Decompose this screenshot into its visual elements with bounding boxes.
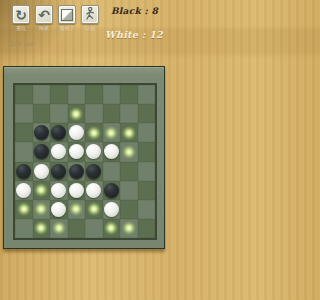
board-cell-a8[interactable] — [15, 219, 33, 238]
board-cell-c6[interactable] — [50, 181, 68, 200]
restart-button-label: 重玩 — [16, 25, 26, 31]
white-disc — [51, 144, 66, 159]
board-cell-g2[interactable] — [120, 104, 138, 123]
board-cell-a3[interactable] — [15, 123, 33, 142]
white-score: White : 12 — [105, 29, 163, 40]
legal-move-hint[interactable] — [52, 221, 66, 235]
white-disc — [86, 183, 101, 198]
black-disc — [34, 125, 49, 140]
legal-move-hint[interactable] — [69, 107, 83, 121]
board-cell-h1[interactable] — [138, 85, 156, 104]
board-cell-h8[interactable] — [138, 219, 156, 238]
board-cell-h7[interactable] — [138, 200, 156, 219]
black-disc — [86, 164, 101, 179]
toolbar-restart-group: ↻ 重玩 — [12, 5, 30, 31]
setup-board-button[interactable] — [58, 5, 76, 24]
white-disc — [69, 144, 84, 159]
black-disc — [51, 125, 66, 140]
white-disc — [51, 202, 66, 217]
board-cell-d2[interactable] — [68, 104, 86, 123]
board-cell-c7[interactable] — [50, 200, 68, 219]
legal-move-hint[interactable] — [122, 221, 136, 235]
undo-button-label: 悔棋 — [39, 25, 49, 31]
board-icon — [61, 9, 73, 21]
black-disc — [69, 164, 84, 179]
board-cell-d6[interactable] — [68, 181, 86, 200]
person-icon — [84, 7, 96, 23]
white-disc — [104, 202, 119, 217]
legal-move-hint[interactable] — [87, 202, 101, 216]
board-cell-a1[interactable] — [15, 85, 33, 104]
board-cell-h3[interactable] — [138, 123, 156, 142]
board-cell-g3[interactable] — [120, 123, 138, 142]
board-cell-e4[interactable] — [85, 142, 103, 161]
white-disc — [34, 164, 49, 179]
board-cell-c4[interactable] — [50, 142, 68, 161]
legal-move-hint[interactable] — [122, 126, 136, 140]
board-cell-g4[interactable] — [120, 142, 138, 161]
board-cell-b7[interactable] — [33, 200, 51, 219]
board-cell-e6[interactable] — [85, 181, 103, 200]
white-disc — [51, 183, 66, 198]
white-disc — [104, 144, 119, 159]
legal-move-hint[interactable] — [87, 126, 101, 140]
board-cell-g1[interactable] — [120, 85, 138, 104]
board-cell-d5[interactable] — [68, 162, 86, 181]
board-cell-e5[interactable] — [85, 162, 103, 181]
board-cell-e1[interactable] — [85, 85, 103, 104]
board-cell-g7[interactable] — [120, 200, 138, 219]
black-disc — [104, 183, 119, 198]
board-cell-f7[interactable] — [103, 200, 121, 219]
restart-icon: ↻ — [15, 8, 27, 22]
board-cell-g8[interactable] — [120, 219, 138, 238]
board-cell-c5[interactable] — [50, 162, 68, 181]
board-cell-f4[interactable] — [103, 142, 121, 161]
board-cell-d8[interactable] — [68, 219, 86, 238]
board-cell-b2[interactable] — [33, 104, 51, 123]
black-disc — [34, 144, 49, 159]
legal-move-hint[interactable] — [34, 221, 48, 235]
board-cell-a5[interactable] — [15, 162, 33, 181]
undo-button[interactable]: ↶ — [35, 5, 53, 24]
board-cell-d3[interactable] — [68, 123, 86, 142]
legal-move-hint[interactable] — [17, 202, 31, 216]
toolbar-undo-group: ↶ 悔棋 — [35, 5, 53, 31]
board-cell-f8[interactable] — [103, 219, 121, 238]
black-score: Black : 8 — [111, 6, 158, 16]
legal-move-hint[interactable] — [122, 145, 136, 159]
board-cell-e2[interactable] — [85, 104, 103, 123]
board-cell-a4[interactable] — [15, 142, 33, 161]
board-cell-a6[interactable] — [15, 181, 33, 200]
board-cell-c1[interactable] — [50, 85, 68, 104]
board-cell-h6[interactable] — [138, 181, 156, 200]
toolbar-player-group: 认输 — [81, 5, 99, 31]
board-cell-c2[interactable] — [50, 104, 68, 123]
toolbar-board-group: 摆棋子 — [58, 5, 76, 31]
board-cell-f1[interactable] — [103, 85, 121, 104]
board-cell-c3[interactable] — [50, 123, 68, 142]
board-cell-f3[interactable] — [103, 123, 121, 142]
board-cell-b6[interactable] — [33, 181, 51, 200]
board-cell-d4[interactable] — [68, 142, 86, 161]
black-disc — [51, 164, 66, 179]
board-cell-e7[interactable] — [85, 200, 103, 219]
board-cell-b3[interactable] — [33, 123, 51, 142]
board-cell-h2[interactable] — [138, 104, 156, 123]
board-cell-d7[interactable] — [68, 200, 86, 219]
resign-button-label: 认输 — [85, 25, 95, 31]
board-cell-b1[interactable] — [33, 85, 51, 104]
compute-time: 250 ms — [9, 40, 33, 48]
board-cell-c8[interactable] — [50, 219, 68, 238]
board-cell-b5[interactable] — [33, 162, 51, 181]
board-cell-a2[interactable] — [15, 104, 33, 123]
board-cell-f5[interactable] — [103, 162, 121, 181]
white-disc — [69, 183, 84, 198]
board-cell-f2[interactable] — [103, 104, 121, 123]
white-disc — [16, 183, 31, 198]
board-cell-a7[interactable] — [15, 200, 33, 219]
legal-move-hint[interactable] — [34, 202, 48, 216]
setup-board-button-label: 摆棋子 — [60, 25, 75, 31]
black-disc — [16, 164, 31, 179]
resign-button[interactable] — [81, 5, 99, 24]
board-cell-h5[interactable] — [138, 162, 156, 181]
board-grid — [13, 83, 157, 240]
board-cell-g5[interactable] — [120, 162, 138, 181]
white-disc — [86, 144, 101, 159]
board-cell-f6[interactable] — [103, 181, 121, 200]
board-cell-b4[interactable] — [33, 142, 51, 161]
white-disc — [69, 125, 84, 140]
board-cell-h4[interactable] — [138, 142, 156, 161]
legal-move-hint[interactable] — [104, 126, 118, 140]
restart-button[interactable]: ↻ — [12, 5, 30, 24]
board-cell-e8[interactable] — [85, 219, 103, 238]
legal-move-hint[interactable] — [69, 202, 83, 216]
legal-move-hint[interactable] — [34, 183, 48, 197]
board-cell-g6[interactable] — [120, 181, 138, 200]
othello-board-frame — [3, 66, 165, 249]
legal-move-hint[interactable] — [104, 221, 118, 235]
board-cell-d1[interactable] — [68, 85, 86, 104]
toolbar: ↻ 重玩 ↶ 悔棋 摆棋子 认输 — [12, 5, 99, 31]
board-cell-e3[interactable] — [85, 123, 103, 142]
undo-icon: ↶ — [38, 8, 50, 22]
board-cell-b8[interactable] — [33, 219, 51, 238]
